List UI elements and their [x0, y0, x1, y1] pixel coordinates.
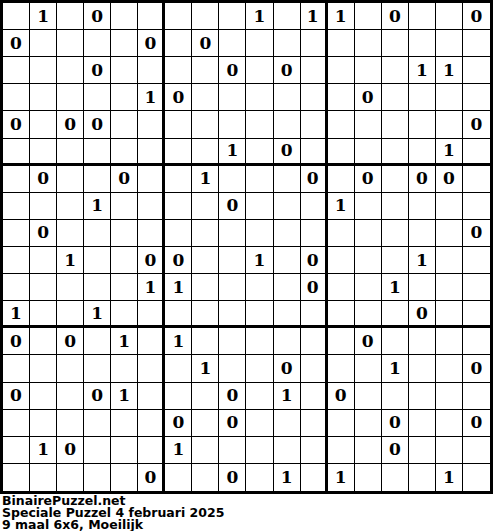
cell-r11c5[interactable]: [138, 301, 165, 328]
cell-r10c3[interactable]: [84, 274, 111, 301]
cell-r12c9[interactable]: [246, 328, 273, 355]
cell-r16c9[interactable]: [246, 437, 273, 464]
cell-r5c7[interactable]: [192, 139, 219, 166]
cell-r2c7[interactable]: [192, 57, 219, 84]
cell-r9c8[interactable]: [219, 247, 246, 274]
cell-r16c5[interactable]: [138, 437, 165, 464]
cell-r10c15[interactable]: [409, 274, 436, 301]
cell-r17c7[interactable]: [192, 464, 219, 491]
cell-r8c8[interactable]: [219, 220, 246, 247]
cell-r2c1[interactable]: [30, 57, 57, 84]
cell-r7c16[interactable]: [436, 193, 463, 220]
cell-r3c2[interactable]: [57, 84, 84, 111]
cell-r8c14[interactable]: [382, 220, 409, 247]
cell-r14c16[interactable]: [436, 383, 463, 410]
cell-r11c14[interactable]: [382, 301, 409, 328]
cell-r5c6[interactable]: [165, 139, 192, 166]
cell-r4c5[interactable]: [138, 111, 165, 138]
cell-r5c4[interactable]: [111, 139, 138, 166]
cell-r2c11[interactable]: [301, 57, 328, 84]
cell-r16c16[interactable]: [436, 437, 463, 464]
cell-r4c1[interactable]: [30, 111, 57, 138]
cell-r0c10[interactable]: [274, 3, 301, 30]
cell-r16c11[interactable]: [301, 437, 328, 464]
cell-r5c17[interactable]: [463, 139, 490, 166]
cell-r1c6[interactable]: [165, 30, 192, 57]
cell-r12c10[interactable]: [274, 328, 301, 355]
cell-r2c15: 1: [409, 57, 436, 84]
cell-r8c1: 0: [30, 220, 57, 247]
cell-r0c8[interactable]: [219, 3, 246, 30]
cell-r6c1: 0: [30, 166, 57, 193]
cell-r6c6[interactable]: [165, 166, 192, 193]
cell-r0c17: 0: [463, 3, 490, 30]
cell-r7c11[interactable]: [301, 193, 328, 220]
cell-r1c5: 0: [138, 30, 165, 57]
cell-r16c6: 1: [165, 437, 192, 464]
cell-r15c5[interactable]: [138, 410, 165, 437]
cell-r7c0[interactable]: [3, 193, 30, 220]
cell-r0c0[interactable]: [3, 3, 30, 30]
cell-r4c16[interactable]: [436, 111, 463, 138]
cell-r9c13[interactable]: [355, 247, 382, 274]
cell-r8c13[interactable]: [355, 220, 382, 247]
cell-r9c3[interactable]: [84, 247, 111, 274]
cell-r6c16: 0: [436, 166, 463, 193]
cell-r14c15[interactable]: [409, 383, 436, 410]
cell-r6c3[interactable]: [84, 166, 111, 193]
cell-r3c3[interactable]: [84, 84, 111, 111]
cell-r1c7: 0: [192, 30, 219, 57]
cell-r6c9[interactable]: [246, 166, 273, 193]
cell-r16c12[interactable]: [328, 437, 355, 464]
cell-r10c5: 1: [138, 274, 165, 301]
cell-r7c3: 1: [84, 193, 111, 220]
cell-r3c7[interactable]: [192, 84, 219, 111]
cell-r8c16[interactable]: [436, 220, 463, 247]
cell-r17c15[interactable]: [409, 464, 436, 491]
cell-r8c3[interactable]: [84, 220, 111, 247]
cell-r7c1[interactable]: [30, 193, 57, 220]
cell-r7c13[interactable]: [355, 193, 382, 220]
cell-r6c5[interactable]: [138, 166, 165, 193]
cell-r6c14[interactable]: [382, 166, 409, 193]
cell-r3c17[interactable]: [463, 84, 490, 111]
cell-r10c10[interactable]: [274, 274, 301, 301]
cell-r3c1[interactable]: [30, 84, 57, 111]
cell-r11c4[interactable]: [111, 301, 138, 328]
cell-r2c9[interactable]: [246, 57, 273, 84]
cell-r17c4[interactable]: [111, 464, 138, 491]
cell-r8c0[interactable]: [3, 220, 30, 247]
cell-r15c3[interactable]: [84, 410, 111, 437]
cell-r8c15[interactable]: [409, 220, 436, 247]
cell-r17c0[interactable]: [3, 464, 30, 491]
cell-r15c4[interactable]: [111, 410, 138, 437]
cell-r15c15[interactable]: [409, 410, 436, 437]
cell-r1c11[interactable]: [301, 30, 328, 57]
cell-r7c10[interactable]: [274, 193, 301, 220]
cell-r15c11[interactable]: [301, 410, 328, 437]
cell-r0c6[interactable]: [165, 3, 192, 30]
cell-r11c15: 0: [409, 301, 436, 328]
cell-r9c4[interactable]: [111, 247, 138, 274]
cell-r15c13[interactable]: [355, 410, 382, 437]
cell-r2c12[interactable]: [328, 57, 355, 84]
cell-r5c13[interactable]: [355, 139, 382, 166]
cell-r16c15[interactable]: [409, 437, 436, 464]
cell-r14c1[interactable]: [30, 383, 57, 410]
cell-r17c13[interactable]: [355, 464, 382, 491]
cell-r15c12[interactable]: [328, 410, 355, 437]
cell-r12c8[interactable]: [219, 328, 246, 355]
cell-r13c13[interactable]: [355, 355, 382, 382]
cell-r13c15[interactable]: [409, 355, 436, 382]
cell-r10c2[interactable]: [57, 274, 84, 301]
cell-r2c14[interactable]: [382, 57, 409, 84]
cell-r10c0[interactable]: [3, 274, 30, 301]
cell-r4c10[interactable]: [274, 111, 301, 138]
cell-r3c0[interactable]: [3, 84, 30, 111]
cell-r7c14[interactable]: [382, 193, 409, 220]
cell-r8c2[interactable]: [57, 220, 84, 247]
cell-r13c3[interactable]: [84, 355, 111, 382]
cell-r17c14[interactable]: [382, 464, 409, 491]
cell-r4c14[interactable]: [382, 111, 409, 138]
cell-r10c1[interactable]: [30, 274, 57, 301]
cell-r17c5: 0: [138, 464, 165, 491]
cell-r6c15: 0: [409, 166, 436, 193]
cell-r9c16[interactable]: [436, 247, 463, 274]
cell-r14c0: 0: [3, 383, 30, 410]
cell-r16c10[interactable]: [274, 437, 301, 464]
cell-r13c17: 0: [463, 355, 490, 382]
cell-r9c7[interactable]: [192, 247, 219, 274]
cell-r15c14: 0: [382, 410, 409, 437]
cell-r2c3: 0: [84, 57, 111, 84]
cell-r9c5: 0: [138, 247, 165, 274]
cell-r6c0[interactable]: [3, 166, 30, 193]
cell-r7c9[interactable]: [246, 193, 273, 220]
cell-r11c2[interactable]: [57, 301, 84, 328]
cell-r16c3[interactable]: [84, 437, 111, 464]
cell-r0c13[interactable]: [355, 3, 382, 30]
cell-r2c6[interactable]: [165, 57, 192, 84]
cell-r1c12[interactable]: [328, 30, 355, 57]
cell-r7c15[interactable]: [409, 193, 436, 220]
footer: BinairePuzzel.net Speciale Puzzel 4 febr…: [0, 494, 493, 531]
cell-r11c10[interactable]: [274, 301, 301, 328]
cell-r10c9[interactable]: [246, 274, 273, 301]
cell-r10c12[interactable]: [328, 274, 355, 301]
cell-r15c1[interactable]: [30, 410, 57, 437]
cell-r6c17[interactable]: [463, 166, 490, 193]
cell-r13c4[interactable]: [111, 355, 138, 382]
cell-r9c12[interactable]: [328, 247, 355, 274]
cell-r1c10[interactable]: [274, 30, 301, 57]
cell-r16c0[interactable]: [3, 437, 30, 464]
cell-r8c4[interactable]: [111, 220, 138, 247]
cell-r14c11[interactable]: [301, 383, 328, 410]
cell-r12c7[interactable]: [192, 328, 219, 355]
cell-r5c8: 1: [219, 139, 246, 166]
cell-r11c17[interactable]: [463, 301, 490, 328]
cell-r17c2[interactable]: [57, 464, 84, 491]
cell-r4c12[interactable]: [328, 111, 355, 138]
cell-r0c5[interactable]: [138, 3, 165, 30]
binary-puzzle-board: 1011100000000111000000101001000010100100…: [0, 0, 493, 494]
cell-r15c17: 0: [463, 410, 490, 437]
cell-r5c1[interactable]: [30, 139, 57, 166]
cell-r0c14: 0: [382, 3, 409, 30]
cell-r0c2[interactable]: [57, 3, 84, 30]
cell-r14c12: 0: [328, 383, 355, 410]
cell-r12c14[interactable]: [382, 328, 409, 355]
cell-r14c17[interactable]: [463, 383, 490, 410]
cell-r3c5: 1: [138, 84, 165, 111]
cell-r4c15[interactable]: [409, 111, 436, 138]
cell-r3c16[interactable]: [436, 84, 463, 111]
cell-r5c12[interactable]: [328, 139, 355, 166]
cell-r17c11[interactable]: [301, 464, 328, 491]
cell-r0c12: 1: [328, 3, 355, 30]
cell-r1c17[interactable]: [463, 30, 490, 57]
cell-r8c6[interactable]: [165, 220, 192, 247]
cell-r4c4[interactable]: [111, 111, 138, 138]
cell-r3c15[interactable]: [409, 84, 436, 111]
cell-r4c6[interactable]: [165, 111, 192, 138]
cell-r1c2[interactable]: [57, 30, 84, 57]
cell-r8c5[interactable]: [138, 220, 165, 247]
cell-r3c11[interactable]: [301, 84, 328, 111]
cell-r10c11: 0: [301, 274, 328, 301]
cell-r13c12[interactable]: [328, 355, 355, 382]
cell-r12c4: 1: [111, 328, 138, 355]
cell-r4c7[interactable]: [192, 111, 219, 138]
cell-r17c16: 1: [436, 464, 463, 491]
cell-r12c11[interactable]: [301, 328, 328, 355]
cell-r15c6: 0: [165, 410, 192, 437]
cell-r17c9[interactable]: [246, 464, 273, 491]
cell-r13c2[interactable]: [57, 355, 84, 382]
cell-r10c17[interactable]: [463, 274, 490, 301]
cell-r1c9[interactable]: [246, 30, 273, 57]
cell-r11c9[interactable]: [246, 301, 273, 328]
cell-r0c9: 1: [246, 3, 273, 30]
cell-r15c8: 0: [219, 410, 246, 437]
cell-r3c4[interactable]: [111, 84, 138, 111]
cell-r5c15[interactable]: [409, 139, 436, 166]
cell-r13c9[interactable]: [246, 355, 273, 382]
cell-r16c17[interactable]: [463, 437, 490, 464]
cell-r13c6[interactable]: [165, 355, 192, 382]
cell-r8c9[interactable]: [246, 220, 273, 247]
cell-r13c5[interactable]: [138, 355, 165, 382]
cell-r11c3: 1: [84, 301, 111, 328]
cell-r11c8[interactable]: [219, 301, 246, 328]
cell-r16c4[interactable]: [111, 437, 138, 464]
cell-r7c17[interactable]: [463, 193, 490, 220]
cell-r7c2[interactable]: [57, 193, 84, 220]
cell-r16c2: 0: [57, 437, 84, 464]
cell-r6c4: 0: [111, 166, 138, 193]
cell-r10c8[interactable]: [219, 274, 246, 301]
cell-r2c5[interactable]: [138, 57, 165, 84]
cell-r13c8[interactable]: [219, 355, 246, 382]
cell-r1c13[interactable]: [355, 30, 382, 57]
cell-r3c9[interactable]: [246, 84, 273, 111]
cell-r13c10: 0: [274, 355, 301, 382]
cell-r1c1[interactable]: [30, 30, 57, 57]
cell-r5c2[interactable]: [57, 139, 84, 166]
cell-r5c3[interactable]: [84, 139, 111, 166]
cell-r7c5[interactable]: [138, 193, 165, 220]
cell-r4c8[interactable]: [219, 111, 246, 138]
cell-r15c16[interactable]: [436, 410, 463, 437]
cell-r0c4[interactable]: [111, 3, 138, 30]
cell-r2c13[interactable]: [355, 57, 382, 84]
cell-r11c13[interactable]: [355, 301, 382, 328]
cell-r4c11[interactable]: [301, 111, 328, 138]
cell-r14c6[interactable]: [165, 383, 192, 410]
cell-r14c5[interactable]: [138, 383, 165, 410]
cell-r8c17: 0: [463, 220, 490, 247]
cell-r10c13[interactable]: [355, 274, 382, 301]
cell-r5c11[interactable]: [301, 139, 328, 166]
cell-r3c6: 0: [165, 84, 192, 111]
cell-r7c6[interactable]: [165, 193, 192, 220]
cell-r10c7[interactable]: [192, 274, 219, 301]
cell-r8c12[interactable]: [328, 220, 355, 247]
cell-r11c1[interactable]: [30, 301, 57, 328]
cell-r13c16[interactable]: [436, 355, 463, 382]
cell-r13c1[interactable]: [30, 355, 57, 382]
cell-r11c12[interactable]: [328, 301, 355, 328]
cell-r3c14[interactable]: [382, 84, 409, 111]
cell-r15c10[interactable]: [274, 410, 301, 437]
cell-r5c16: 1: [436, 139, 463, 166]
cell-r15c7[interactable]: [192, 410, 219, 437]
cell-r14c7[interactable]: [192, 383, 219, 410]
cell-r1c4[interactable]: [111, 30, 138, 57]
cell-r13c11[interactable]: [301, 355, 328, 382]
cell-r12c6: 1: [165, 328, 192, 355]
cell-r5c5[interactable]: [138, 139, 165, 166]
cell-r12c5[interactable]: [138, 328, 165, 355]
cell-r7c4[interactable]: [111, 193, 138, 220]
cell-r17c1[interactable]: [30, 464, 57, 491]
cell-r11c11[interactable]: [301, 301, 328, 328]
cell-r3c12[interactable]: [328, 84, 355, 111]
cell-r3c8[interactable]: [219, 84, 246, 111]
cell-r11c7[interactable]: [192, 301, 219, 328]
cell-r16c8[interactable]: [219, 437, 246, 464]
cell-r13c0[interactable]: [3, 355, 30, 382]
cell-r8c10[interactable]: [274, 220, 301, 247]
cell-r2c2[interactable]: [57, 57, 84, 84]
cell-r0c3: 0: [84, 3, 111, 30]
cell-r7c8: 0: [219, 193, 246, 220]
cell-r1c15[interactable]: [409, 30, 436, 57]
cell-r6c10[interactable]: [274, 166, 301, 193]
cell-r17c6[interactable]: [165, 464, 192, 491]
cell-r0c15[interactable]: [409, 3, 436, 30]
cell-r9c15: 1: [409, 247, 436, 274]
cell-r1c8[interactable]: [219, 30, 246, 57]
cell-r12c15[interactable]: [409, 328, 436, 355]
cell-r15c2[interactable]: [57, 410, 84, 437]
cell-r11c16[interactable]: [436, 301, 463, 328]
cell-r5c14[interactable]: [382, 139, 409, 166]
cell-r9c14[interactable]: [382, 247, 409, 274]
cell-r17c3[interactable]: [84, 464, 111, 491]
cell-r9c1[interactable]: [30, 247, 57, 274]
cell-r12c1[interactable]: [30, 328, 57, 355]
cell-r1c14[interactable]: [382, 30, 409, 57]
cell-r12c2: 0: [57, 328, 84, 355]
cell-r4c9[interactable]: [246, 111, 273, 138]
cell-r15c9[interactable]: [246, 410, 273, 437]
cell-r16c13[interactable]: [355, 437, 382, 464]
cell-r16c1: 1: [30, 437, 57, 464]
cell-r16c7[interactable]: [192, 437, 219, 464]
cell-r12c17[interactable]: [463, 328, 490, 355]
cell-r11c6[interactable]: [165, 301, 192, 328]
cell-r14c10: 1: [274, 383, 301, 410]
cell-r6c11: 0: [301, 166, 328, 193]
cell-r15c0[interactable]: [3, 410, 30, 437]
cell-r6c12[interactable]: [328, 166, 355, 193]
cell-r10c4[interactable]: [111, 274, 138, 301]
cell-r2c17[interactable]: [463, 57, 490, 84]
cell-r14c13[interactable]: [355, 383, 382, 410]
cell-r2c4[interactable]: [111, 57, 138, 84]
cell-r12c13: 0: [355, 328, 382, 355]
cell-r12c12[interactable]: [328, 328, 355, 355]
cell-r9c0[interactable]: [3, 247, 30, 274]
cell-r5c9[interactable]: [246, 139, 273, 166]
cell-r1c16[interactable]: [436, 30, 463, 57]
cell-r0c16[interactable]: [436, 3, 463, 30]
cell-r12c16[interactable]: [436, 328, 463, 355]
cell-r2c16: 1: [436, 57, 463, 84]
cell-r17c17[interactable]: [463, 464, 490, 491]
cell-r14c9[interactable]: [246, 383, 273, 410]
cell-r6c2[interactable]: [57, 166, 84, 193]
cell-r2c0[interactable]: [3, 57, 30, 84]
cell-r9c17[interactable]: [463, 247, 490, 274]
cell-r2c8: 0: [219, 57, 246, 84]
cell-r7c7[interactable]: [192, 193, 219, 220]
cell-r3c10[interactable]: [274, 84, 301, 111]
cell-r6c8[interactable]: [219, 166, 246, 193]
cell-r8c7[interactable]: [192, 220, 219, 247]
cell-r10c16[interactable]: [436, 274, 463, 301]
cell-r14c14[interactable]: [382, 383, 409, 410]
cell-r4c13[interactable]: [355, 111, 382, 138]
cell-r9c10[interactable]: [274, 247, 301, 274]
cell-r1c3[interactable]: [84, 30, 111, 57]
cell-r5c0[interactable]: [3, 139, 30, 166]
cell-r9c11: 0: [301, 247, 328, 274]
cell-r0c7[interactable]: [192, 3, 219, 30]
cell-r8c11[interactable]: [301, 220, 328, 247]
cell-r17c12: 1: [328, 464, 355, 491]
cell-r10c6: 1: [165, 274, 192, 301]
cell-r14c4: 1: [111, 383, 138, 410]
cell-r14c2[interactable]: [57, 383, 84, 410]
cell-r12c3[interactable]: [84, 328, 111, 355]
